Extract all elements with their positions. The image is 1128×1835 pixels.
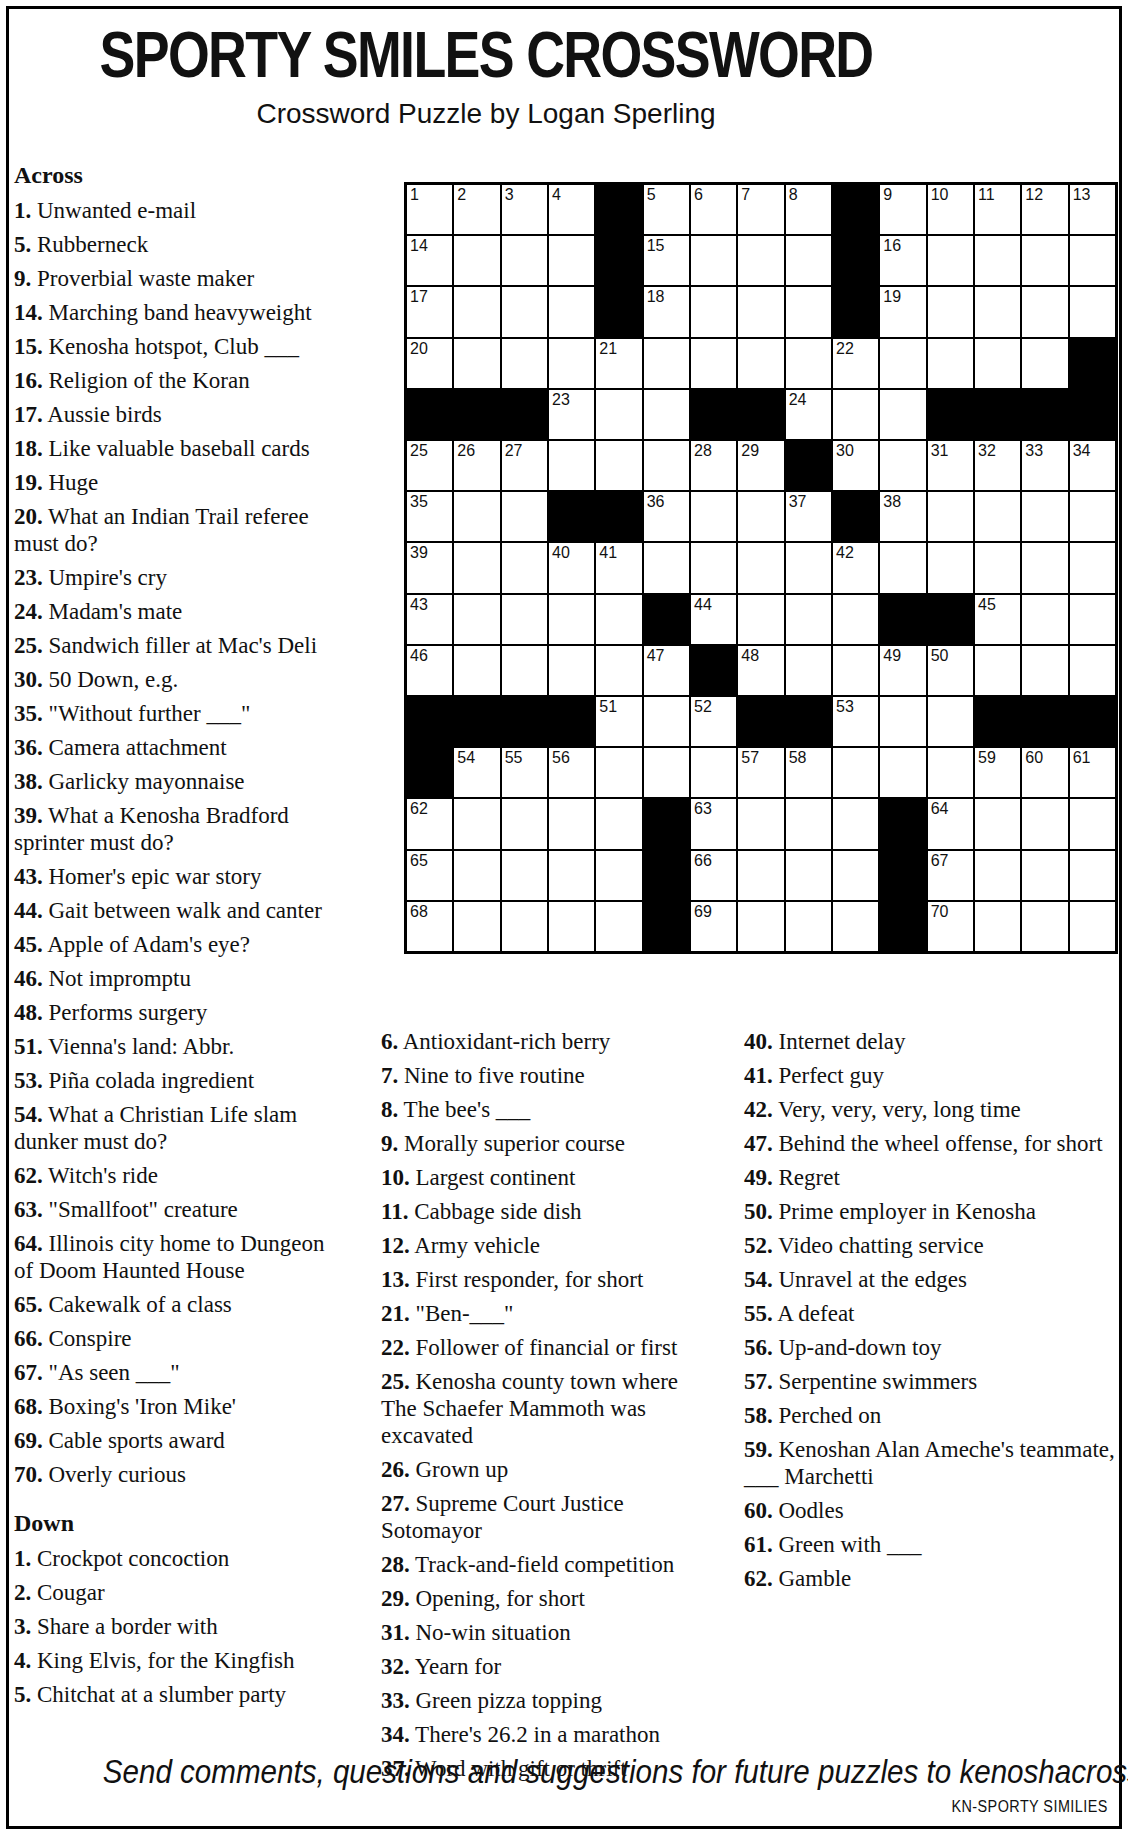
cell-r13c7[interactable]: 63 [691,799,736,848]
black-cell-r5c12 [928,390,973,439]
cell-r1c15[interactable]: 13 [1070,185,1115,234]
clue-across-23: 23. Umpire's cry [14,564,332,591]
cell-r10c12[interactable]: 50 [928,646,973,695]
cell-r1c11[interactable]: 9 [880,185,925,234]
black-cell-r11c15 [1070,697,1115,746]
cell-r13c15[interactable] [1070,799,1115,848]
cell-r9c1[interactable]: 43 [407,595,452,644]
clue-number: 51. [14,1034,43,1059]
cell-number-59: 59 [978,749,996,766]
clue-text: "Without further ___" [43,701,251,726]
across-clue-list: 1. Unwanted e-mail5. Rubberneck9. Prover… [14,197,332,1488]
clue-number: 17. [14,402,43,427]
cell-r3c6[interactable]: 18 [644,287,689,336]
cell-r7c14[interactable] [1022,492,1067,541]
cell-r1c1[interactable]: 1 [407,185,452,234]
clue-text: "Ben-___" [410,1301,514,1326]
cell-r13c3[interactable] [502,799,547,848]
cell-r6c13[interactable]: 32 [975,441,1020,490]
black-cell-r11c13 [975,697,1020,746]
cell-r6c14[interactable]: 33 [1022,441,1067,490]
cell-r5c11[interactable] [880,390,925,439]
cell-r4c7[interactable] [691,339,736,388]
cell-number-21: 21 [599,340,617,357]
cell-r6c5[interactable] [596,441,641,490]
cell-number-47: 47 [647,647,665,664]
cell-r12c8[interactable]: 57 [738,748,783,797]
clue-down-34: 34. There's 26.2 in a marathon [381,1721,703,1748]
down-header: Down [14,1510,332,1537]
cell-r10c13[interactable] [975,646,1020,695]
cell-r10c11[interactable]: 49 [880,646,925,695]
cell-r8c10[interactable]: 42 [833,543,878,592]
cell-r15c2[interactable] [454,902,499,951]
cell-r11c5[interactable]: 51 [596,697,641,746]
cell-r6c15[interactable]: 34 [1070,441,1115,490]
clue-text: Marching band heavyweight [43,300,312,325]
cell-r15c14[interactable] [1022,902,1067,951]
cell-r8c9[interactable] [786,543,831,592]
cell-r8c1[interactable]: 39 [407,543,452,592]
black-cell-r11c14 [1022,697,1067,746]
cell-r3c13[interactable] [975,287,1020,336]
cell-r10c10[interactable] [833,646,878,695]
cell-r8c8[interactable] [738,543,783,592]
cell-r8c14[interactable] [1022,543,1067,592]
cell-number-1: 1 [410,186,419,203]
cell-r8c7[interactable] [691,543,736,592]
cell-r4c5[interactable]: 21 [596,339,641,388]
cell-r13c1[interactable]: 62 [407,799,452,848]
cell-r15c10[interactable] [833,902,878,951]
cell-r8c4[interactable]: 40 [549,543,594,592]
clue-number: 23. [14,565,43,590]
clue-text: Regret [773,1165,840,1190]
cell-r14c4[interactable] [549,851,594,900]
cell-r3c3[interactable] [502,287,547,336]
clue-down-41: 41. Perfect guy [744,1062,1116,1089]
cell-r15c15[interactable] [1070,902,1115,951]
black-cell-r4c15 [1070,339,1115,388]
cell-r3c1[interactable]: 17 [407,287,452,336]
clue-down-33: 33. Green pizza topping [381,1687,703,1714]
cell-r2c12[interactable] [928,236,973,285]
cell-r14c12[interactable]: 67 [928,851,973,900]
cell-r2c7[interactable] [691,236,736,285]
cell-number-17: 17 [410,288,428,305]
clue-text: Camera attachment [43,735,227,760]
cell-r13c5[interactable] [596,799,641,848]
down-clue-list-part1: 1. Crockpot concoction2. Cougar3. Share … [14,1545,332,1708]
cell-r12c12[interactable] [928,748,973,797]
cell-r11c10[interactable]: 53 [833,697,878,746]
cell-r10c2[interactable] [454,646,499,695]
cell-r12c10[interactable] [833,748,878,797]
cell-r8c12[interactable] [928,543,973,592]
clue-text: Cougar [31,1580,104,1605]
cell-number-24: 24 [789,391,807,408]
cell-r10c6[interactable]: 47 [644,646,689,695]
clue-number: 13. [381,1267,410,1292]
clue-text: Overly curious [43,1462,186,1487]
cell-r1c7[interactable]: 6 [691,185,736,234]
cell-r12c15[interactable]: 61 [1070,748,1115,797]
cell-r7c13[interactable] [975,492,1020,541]
cell-r4c4[interactable] [549,339,594,388]
header: SPORTY SMILES CROSSWORD Crossword Puzzle… [8,18,964,130]
cell-r4c3[interactable] [502,339,547,388]
cell-r7c8[interactable] [738,492,783,541]
black-cell-r11c8 [738,697,783,746]
clue-across-30: 30. 50 Down, e.g. [14,666,332,693]
cell-r1c8[interactable]: 7 [738,185,783,234]
cell-number-29: 29 [741,442,759,459]
cell-r5c4[interactable]: 23 [549,390,594,439]
cell-r8c13[interactable] [975,543,1020,592]
cell-r15c7[interactable]: 69 [691,902,736,951]
cell-r2c1[interactable]: 14 [407,236,452,285]
cell-r12c6[interactable] [644,748,689,797]
cell-r1c13[interactable]: 11 [975,185,1020,234]
clue-number: 70. [14,1462,43,1487]
clue-text: Antioxidant-rich berry [398,1029,610,1054]
cell-r1c2[interactable]: 2 [454,185,499,234]
cell-r6c10[interactable]: 30 [833,441,878,490]
cell-r6c3[interactable]: 27 [502,441,547,490]
cell-number-37: 37 [789,493,807,510]
cell-r12c13[interactable]: 59 [975,748,1020,797]
cell-r10c4[interactable] [549,646,594,695]
cell-r3c8[interactable] [738,287,783,336]
cell-number-46: 46 [410,647,428,664]
cell-r3c11[interactable]: 19 [880,287,925,336]
cell-r1c12[interactable]: 10 [928,185,973,234]
cell-r4c13[interactable] [975,339,1020,388]
clue-across-48: 48. Performs surgery [14,999,332,1026]
cell-r8c15[interactable] [1070,543,1115,592]
clue-number: 58. [744,1403,773,1428]
cell-number-20: 20 [410,340,428,357]
cell-r4c1[interactable]: 20 [407,339,452,388]
crossword-grid[interactable]: 1234567891011121314151617181920212223242… [404,182,1118,954]
cell-r13c8[interactable] [738,799,783,848]
clue-number: 62. [14,1163,43,1188]
cell-r10c9[interactable] [786,646,831,695]
cell-r8c3[interactable] [502,543,547,592]
clue-across-53: 53. Piña colada ingredient [14,1067,332,1094]
clue-text: Proverbial waste maker [31,266,254,291]
cell-r15c4[interactable] [549,902,594,951]
cell-r3c14[interactable] [1022,287,1067,336]
cell-r12c14[interactable]: 60 [1022,748,1067,797]
clue-number: 30. [14,667,43,692]
cell-r2c14[interactable] [1022,236,1067,285]
cell-r6c6[interactable] [644,441,689,490]
cell-r5c5[interactable] [596,390,641,439]
clue-down-56: 56. Up-and-down toy [744,1334,1116,1361]
cell-r1c3[interactable]: 3 [502,185,547,234]
black-cell-r14c6 [644,851,689,900]
clue-text: Grown up [410,1457,508,1482]
cell-r9c3[interactable] [502,595,547,644]
cell-r6c7[interactable]: 28 [691,441,736,490]
cell-r9c10[interactable] [833,595,878,644]
cell-r10c15[interactable] [1070,646,1115,695]
cell-r2c6[interactable]: 15 [644,236,689,285]
clue-text: Performs surgery [43,1000,207,1025]
cell-r13c14[interactable] [1022,799,1067,848]
clue-number: 41. [744,1063,773,1088]
clue-text: Behind the wheel offense, for short [773,1131,1103,1156]
clue-text: Largest continent [410,1165,576,1190]
black-cell-r7c10 [833,492,878,541]
cell-r7c12[interactable] [928,492,973,541]
cell-number-16: 16 [883,237,901,254]
cell-r11c11[interactable] [880,697,925,746]
cell-r7c11[interactable]: 38 [880,492,925,541]
cell-r15c13[interactable] [975,902,1020,951]
cell-r2c8[interactable] [738,236,783,285]
cell-r9c15[interactable] [1070,595,1115,644]
black-cell-r6c9 [786,441,831,490]
clue-text: Like valuable baseball cards [43,436,310,461]
cell-r5c10[interactable] [833,390,878,439]
clue-number: 60. [744,1498,773,1523]
cell-r4c14[interactable] [1022,339,1067,388]
clue-text: Vienna's land: Abbr. [43,1034,234,1059]
cell-r9c4[interactable] [549,595,594,644]
clue-text: Witch's ride [43,1163,158,1188]
clue-number: 24. [14,599,43,624]
cell-r14c14[interactable] [1022,851,1067,900]
cell-r1c14[interactable]: 12 [1022,185,1067,234]
cell-r2c4[interactable] [549,236,594,285]
clue-text: Oodles [773,1498,844,1523]
cell-number-50: 50 [931,647,949,664]
cell-r7c7[interactable] [691,492,736,541]
cell-r5c6[interactable] [644,390,689,439]
clue-number: 52. [744,1233,773,1258]
cell-r4c12[interactable] [928,339,973,388]
cell-r6c12[interactable]: 31 [928,441,973,490]
black-cell-r5c1 [407,390,452,439]
cell-r1c6[interactable]: 5 [644,185,689,234]
cell-r10c3[interactable] [502,646,547,695]
black-cell-r11c2 [454,697,499,746]
cell-r15c12[interactable]: 70 [928,902,973,951]
cell-r8c2[interactable] [454,543,499,592]
cell-r3c7[interactable] [691,287,736,336]
cell-r6c11[interactable] [880,441,925,490]
cell-number-13: 13 [1073,186,1091,203]
clue-across-15: 15. Kenosha hotspot, Club ___ [14,333,332,360]
cell-r12c3[interactable]: 55 [502,748,547,797]
cell-r4c2[interactable] [454,339,499,388]
cell-r9c7[interactable]: 44 [691,595,736,644]
cell-r7c3[interactable] [502,492,547,541]
clue-text: Morally superior course [398,1131,625,1156]
clue-number: 26. [381,1457,410,1482]
clue-text: Aussie birds [43,402,162,427]
cell-r3c9[interactable] [786,287,831,336]
cell-r2c11[interactable]: 16 [880,236,925,285]
cell-r13c10[interactable] [833,799,878,848]
cell-r7c15[interactable] [1070,492,1115,541]
cell-number-55: 55 [505,749,523,766]
clue-across-5: 5. Rubberneck [14,231,332,258]
cell-r12c11[interactable] [880,748,925,797]
footer-note-line: Send comments, questions and suggestions… [8,1752,1120,1791]
clue-across-51: 51. Vienna's land: Abbr. [14,1033,332,1060]
cell-r2c9[interactable] [786,236,831,285]
clue-number: 46. [14,966,43,991]
clue-text: Video chatting service [773,1233,984,1258]
clue-number: 4. [14,1648,31,1673]
cell-r6c8[interactable]: 29 [738,441,783,490]
clue-across-68: 68. Boxing's 'Iron Mike' [14,1393,332,1420]
cell-r8c5[interactable]: 41 [596,543,641,592]
clue-down-5: 5. Chitchat at a slumber party [14,1681,332,1708]
clue-number: 68. [14,1394,43,1419]
cell-number-65: 65 [410,852,428,869]
clue-down-31: 31. No-win situation [381,1619,703,1646]
cell-r3c15[interactable] [1070,287,1115,336]
cell-number-2: 2 [457,186,466,203]
cell-r4c10[interactable]: 22 [833,339,878,388]
cell-r14c1[interactable]: 65 [407,851,452,900]
cell-r14c9[interactable] [786,851,831,900]
cell-r14c3[interactable] [502,851,547,900]
cell-r2c13[interactable] [975,236,1020,285]
cell-r13c9[interactable] [786,799,831,848]
cell-r9c9[interactable] [786,595,831,644]
cell-r8c6[interactable] [644,543,689,592]
cell-r4c8[interactable] [738,339,783,388]
cell-r11c7[interactable]: 52 [691,697,736,746]
cell-r15c9[interactable] [786,902,831,951]
cell-r7c2[interactable] [454,492,499,541]
cell-r4c11[interactable] [880,339,925,388]
clue-number: 1. [14,1546,31,1571]
cell-r2c3[interactable] [502,236,547,285]
cell-r13c4[interactable] [549,799,594,848]
cell-number-44: 44 [694,596,712,613]
cell-r3c4[interactable] [549,287,594,336]
cell-r10c5[interactable] [596,646,641,695]
cell-r2c15[interactable] [1070,236,1115,285]
cell-r9c14[interactable] [1022,595,1067,644]
cell-r10c14[interactable] [1022,646,1067,695]
cell-r15c5[interactable] [596,902,641,951]
cell-r13c12[interactable]: 64 [928,799,973,848]
cell-r14c5[interactable] [596,851,641,900]
cell-r7c1[interactable]: 35 [407,492,452,541]
cell-number-9: 9 [883,186,892,203]
clue-text: Cable sports award [43,1428,225,1453]
cell-r13c2[interactable] [454,799,499,848]
cell-r15c8[interactable] [738,902,783,951]
clue-text: No-win situation [410,1620,571,1645]
cell-number-7: 7 [741,186,750,203]
cell-r10c1[interactable]: 46 [407,646,452,695]
cell-r12c2[interactable]: 54 [454,748,499,797]
cell-r11c12[interactable] [928,697,973,746]
cell-r11c6[interactable] [644,697,689,746]
cell-r5c9[interactable]: 24 [786,390,831,439]
cell-r3c2[interactable] [454,287,499,336]
clue-text: Cakewalk of a class [43,1292,232,1317]
clue-down-8: 8. The bee's ___ [381,1096,703,1123]
cell-r6c1[interactable]: 25 [407,441,452,490]
cell-r12c4[interactable]: 56 [549,748,594,797]
clue-number: 54. [14,1102,43,1127]
cell-r14c2[interactable] [454,851,499,900]
cell-number-70: 70 [931,903,949,920]
clue-text: "Smallfoot" creature [43,1197,238,1222]
cell-r9c2[interactable] [454,595,499,644]
clue-across-46: 46. Not impromptu [14,965,332,992]
clue-text: Supreme Court Justice Sotomayor [381,1491,624,1543]
clue-number: 56. [744,1335,773,1360]
cell-number-19: 19 [883,288,901,305]
cell-r6c4[interactable] [549,441,594,490]
cell-r7c6[interactable]: 36 [644,492,689,541]
clue-text: Madam's mate [43,599,183,624]
across-header: Across [14,162,332,189]
down-clue-list-part3: 40. Internet delay41. Perfect guy42. Ver… [744,1028,1116,1592]
clue-number: 28. [381,1552,410,1577]
clue-text: Boxing's 'Iron Mike' [43,1394,236,1419]
cell-r8c11[interactable] [880,543,925,592]
cell-r10c8[interactable]: 48 [738,646,783,695]
cell-r14c15[interactable] [1070,851,1115,900]
cell-number-69: 69 [694,903,712,920]
cell-r6c2[interactable]: 26 [454,441,499,490]
cell-r4c9[interactable] [786,339,831,388]
cell-r4c6[interactable] [644,339,689,388]
clue-number: 11. [381,1199,408,1224]
clue-text: Rubberneck [31,232,148,257]
clue-number: 47. [744,1131,773,1156]
cell-r12c5[interactable] [596,748,641,797]
cell-r15c3[interactable] [502,902,547,951]
cell-r14c13[interactable] [975,851,1020,900]
cell-r1c4[interactable]: 4 [549,185,594,234]
cell-r9c5[interactable] [596,595,641,644]
clue-text: Sandwich filler at Mac's Deli [43,633,317,658]
cell-r14c10[interactable] [833,851,878,900]
cell-number-27: 27 [505,442,523,459]
cell-r12c7[interactable] [691,748,736,797]
cell-r3c12[interactable] [928,287,973,336]
clue-number: 59. [744,1437,773,1462]
cell-r15c1[interactable]: 68 [407,902,452,951]
clue-number: 69. [14,1428,43,1453]
clue-text: Illinois city home to Dungeon of Doom Ha… [14,1231,324,1283]
cell-r14c8[interactable] [738,851,783,900]
cell-r1c9[interactable]: 8 [786,185,831,234]
cell-r9c13[interactable]: 45 [975,595,1020,644]
cell-number-30: 30 [836,442,854,459]
cell-r9c8[interactable] [738,595,783,644]
cell-r14c7[interactable]: 66 [691,851,736,900]
cell-r12c9[interactable]: 58 [786,748,831,797]
cell-number-33: 33 [1025,442,1043,459]
cell-r7c9[interactable]: 37 [786,492,831,541]
cell-r13c13[interactable] [975,799,1020,848]
clue-across-66: 66. Conspire [14,1325,332,1352]
cell-r2c2[interactable] [454,236,499,285]
